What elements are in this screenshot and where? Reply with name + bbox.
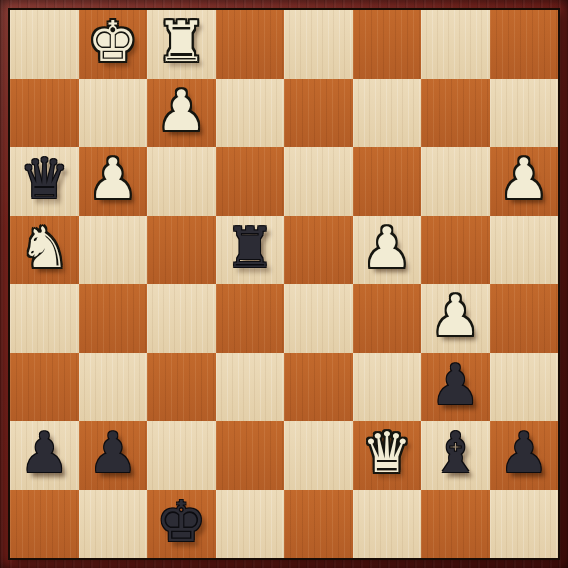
square-e1[interactable] bbox=[284, 490, 353, 559]
square-d2[interactable] bbox=[216, 421, 285, 490]
square-c5[interactable] bbox=[147, 216, 216, 285]
square-e5[interactable] bbox=[284, 216, 353, 285]
square-h2[interactable]: ♟ bbox=[490, 421, 559, 490]
square-c4[interactable] bbox=[147, 284, 216, 353]
square-c3[interactable] bbox=[147, 353, 216, 422]
piece-black-pawn[interactable]: ♟ bbox=[499, 425, 549, 481]
piece-black-king[interactable]: ♚ bbox=[156, 494, 206, 550]
piece-white-queen[interactable]: ♛ bbox=[362, 425, 412, 481]
square-g6[interactable] bbox=[421, 147, 490, 216]
piece-white-knight[interactable]: ♞ bbox=[19, 220, 69, 276]
square-f3[interactable] bbox=[353, 353, 422, 422]
square-h5[interactable] bbox=[490, 216, 559, 285]
square-f5[interactable]: ♟ bbox=[353, 216, 422, 285]
square-g8[interactable] bbox=[421, 10, 490, 79]
square-a3[interactable] bbox=[10, 353, 79, 422]
square-b3[interactable] bbox=[79, 353, 148, 422]
square-f6[interactable] bbox=[353, 147, 422, 216]
piece-white-pawn[interactable]: ♟ bbox=[499, 151, 549, 207]
square-c1[interactable]: ♚ bbox=[147, 490, 216, 559]
square-d3[interactable] bbox=[216, 353, 285, 422]
piece-black-pawn[interactable]: ♟ bbox=[19, 425, 69, 481]
square-h7[interactable] bbox=[490, 79, 559, 148]
square-c6[interactable] bbox=[147, 147, 216, 216]
piece-white-rook[interactable]: ♜ bbox=[156, 14, 206, 70]
piece-white-pawn[interactable]: ♟ bbox=[88, 151, 138, 207]
square-g7[interactable] bbox=[421, 79, 490, 148]
square-f8[interactable] bbox=[353, 10, 422, 79]
square-b6[interactable]: ♟ bbox=[79, 147, 148, 216]
square-e2[interactable] bbox=[284, 421, 353, 490]
square-e7[interactable] bbox=[284, 79, 353, 148]
square-a4[interactable] bbox=[10, 284, 79, 353]
square-g4[interactable]: ♟ bbox=[421, 284, 490, 353]
square-h6[interactable]: ♟ bbox=[490, 147, 559, 216]
chess-board: ♚♜♟♛♟♟♞♜♟♟♟♟♟♛♝♟♚ bbox=[10, 10, 558, 558]
square-a1[interactable] bbox=[10, 490, 79, 559]
piece-white-pawn[interactable]: ♟ bbox=[362, 220, 412, 276]
square-f2[interactable]: ♛ bbox=[353, 421, 422, 490]
square-a7[interactable] bbox=[10, 79, 79, 148]
square-c2[interactable] bbox=[147, 421, 216, 490]
square-b4[interactable] bbox=[79, 284, 148, 353]
square-b8[interactable]: ♚ bbox=[79, 10, 148, 79]
square-g2[interactable]: ♝ bbox=[421, 421, 490, 490]
piece-black-queen[interactable]: ♛ bbox=[19, 151, 69, 207]
square-b7[interactable] bbox=[79, 79, 148, 148]
square-b2[interactable]: ♟ bbox=[79, 421, 148, 490]
square-e4[interactable] bbox=[284, 284, 353, 353]
square-b1[interactable] bbox=[79, 490, 148, 559]
square-c7[interactable]: ♟ bbox=[147, 79, 216, 148]
piece-black-bishop[interactable]: ♝ bbox=[430, 425, 480, 481]
square-a6[interactable]: ♛ bbox=[10, 147, 79, 216]
square-d6[interactable] bbox=[216, 147, 285, 216]
piece-white-pawn[interactable]: ♟ bbox=[430, 288, 480, 344]
square-g1[interactable] bbox=[421, 490, 490, 559]
square-d8[interactable] bbox=[216, 10, 285, 79]
square-c8[interactable]: ♜ bbox=[147, 10, 216, 79]
square-a5[interactable]: ♞ bbox=[10, 216, 79, 285]
square-g3[interactable]: ♟ bbox=[421, 353, 490, 422]
square-a8[interactable] bbox=[10, 10, 79, 79]
square-d4[interactable] bbox=[216, 284, 285, 353]
square-d1[interactable] bbox=[216, 490, 285, 559]
piece-white-pawn[interactable]: ♟ bbox=[156, 83, 206, 139]
square-d7[interactable] bbox=[216, 79, 285, 148]
square-h4[interactable] bbox=[490, 284, 559, 353]
square-b5[interactable] bbox=[79, 216, 148, 285]
piece-black-pawn[interactable]: ♟ bbox=[88, 425, 138, 481]
square-g5[interactable] bbox=[421, 216, 490, 285]
square-a2[interactable]: ♟ bbox=[10, 421, 79, 490]
square-h3[interactable] bbox=[490, 353, 559, 422]
square-f1[interactable] bbox=[353, 490, 422, 559]
piece-white-king[interactable]: ♚ bbox=[88, 14, 138, 70]
square-f4[interactable] bbox=[353, 284, 422, 353]
square-f7[interactable] bbox=[353, 79, 422, 148]
square-e3[interactable] bbox=[284, 353, 353, 422]
square-e8[interactable] bbox=[284, 10, 353, 79]
piece-black-pawn[interactable]: ♟ bbox=[430, 357, 480, 413]
square-e6[interactable] bbox=[284, 147, 353, 216]
square-d5[interactable]: ♜ bbox=[216, 216, 285, 285]
square-h1[interactable] bbox=[490, 490, 559, 559]
square-h8[interactable] bbox=[490, 10, 559, 79]
piece-black-rook[interactable]: ♜ bbox=[225, 220, 275, 276]
